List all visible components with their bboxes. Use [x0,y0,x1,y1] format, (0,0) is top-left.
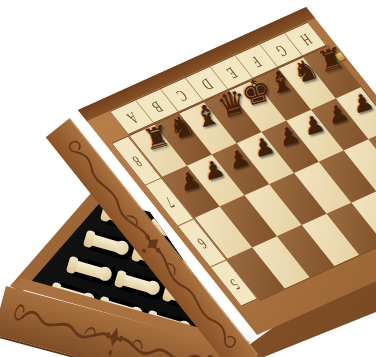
stored-piece [117,273,155,293]
piece-slot [64,254,119,288]
product-photo-chess-set: ABCDEFGH 8765 ♜♞♝♛♚♝♞♜♟♟♟♟♟♟♟♟ [0,0,376,357]
stored-piece [69,259,107,279]
stored-piece [86,233,124,253]
